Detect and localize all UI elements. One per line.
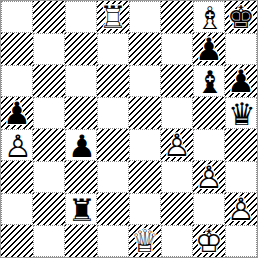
white-pawn-g3: ♟♙ bbox=[193, 161, 225, 193]
square-a3[interactable] bbox=[1, 161, 33, 193]
square-e5[interactable] bbox=[129, 97, 161, 129]
white-queen-e1: ♛♕ bbox=[129, 225, 161, 257]
piece-fill: ♛ bbox=[129, 225, 161, 257]
square-b6[interactable] bbox=[33, 65, 65, 97]
square-d5[interactable] bbox=[97, 97, 129, 129]
white-bishop-g8: ♝♗ bbox=[194, 2, 225, 33]
square-c6[interactable] bbox=[65, 65, 97, 97]
square-a5[interactable]: ♟ bbox=[1, 97, 33, 129]
white-pawn-h2: ♟♙ bbox=[225, 193, 257, 225]
square-a2[interactable] bbox=[1, 193, 33, 225]
square-f5[interactable] bbox=[161, 97, 193, 129]
square-g2[interactable] bbox=[193, 193, 225, 225]
square-f2[interactable] bbox=[161, 193, 193, 225]
square-d6[interactable] bbox=[97, 65, 129, 97]
piece-fill: ♟ bbox=[161, 129, 193, 161]
piece-glyph: ♟ bbox=[225, 65, 257, 97]
square-f3[interactable] bbox=[161, 161, 193, 193]
square-c7[interactable] bbox=[65, 33, 97, 65]
square-a1[interactable] bbox=[1, 225, 33, 257]
square-g4[interactable] bbox=[193, 129, 225, 161]
square-b5[interactable] bbox=[33, 97, 65, 129]
square-h6[interactable]: ♟ bbox=[225, 65, 257, 97]
square-b1[interactable] bbox=[33, 225, 65, 257]
square-d2[interactable] bbox=[97, 193, 129, 225]
square-a4[interactable]: ♟♙ bbox=[1, 129, 33, 161]
square-h1[interactable] bbox=[225, 225, 257, 257]
piece-fill: ♝ bbox=[194, 2, 225, 33]
black-queen-h5: ♛ bbox=[226, 98, 257, 129]
piece-glyph: ♜ bbox=[66, 194, 97, 225]
square-h3[interactable] bbox=[225, 161, 257, 193]
square-f7[interactable] bbox=[161, 33, 193, 65]
black-king-h8: ♚ bbox=[225, 1, 257, 33]
square-b3[interactable] bbox=[33, 161, 65, 193]
square-c1[interactable] bbox=[65, 225, 97, 257]
white-rook-d8: ♜♖ bbox=[97, 1, 129, 33]
black-pawn-c4: ♟ bbox=[66, 130, 97, 161]
square-e2[interactable] bbox=[129, 193, 161, 225]
white-pawn-a4: ♟♙ bbox=[2, 130, 33, 161]
square-e7[interactable] bbox=[129, 33, 161, 65]
square-g7[interactable]: ♟ bbox=[193, 33, 225, 65]
square-e6[interactable] bbox=[129, 65, 161, 97]
square-b8[interactable] bbox=[33, 1, 65, 33]
piece-glyph: ♚ bbox=[225, 1, 257, 33]
piece-fill: ♟ bbox=[193, 161, 225, 193]
piece-fill: ♜ bbox=[97, 1, 129, 33]
piece-glyph: ♝ bbox=[194, 66, 225, 97]
square-h2[interactable]: ♟♙ bbox=[225, 193, 257, 225]
square-a8[interactable] bbox=[1, 1, 33, 33]
square-c4[interactable]: ♟ bbox=[65, 129, 97, 161]
square-d1[interactable] bbox=[97, 225, 129, 257]
square-c5[interactable] bbox=[65, 97, 97, 129]
chess-board: ♜♖♝♗♚♟♝♟♟♛♟♙♟♟♙♟♙♜♟♙♛♕♚♔ bbox=[0, 0, 258, 258]
square-f6[interactable] bbox=[161, 65, 193, 97]
piece-fill: ♟ bbox=[2, 130, 33, 161]
piece-outline: ♙ bbox=[2, 130, 33, 161]
square-d7[interactable] bbox=[97, 33, 129, 65]
square-f1[interactable] bbox=[161, 225, 193, 257]
square-c8[interactable] bbox=[65, 1, 97, 33]
black-pawn-g7: ♟ bbox=[193, 33, 225, 65]
square-g3[interactable]: ♟♙ bbox=[193, 161, 225, 193]
square-a7[interactable] bbox=[1, 33, 33, 65]
piece-outline: ♙ bbox=[193, 161, 225, 193]
piece-glyph: ♛ bbox=[226, 98, 257, 129]
piece-outline: ♔ bbox=[193, 225, 225, 257]
piece-outline: ♖ bbox=[97, 1, 129, 33]
square-g1[interactable]: ♚♔ bbox=[193, 225, 225, 257]
square-h8[interactable]: ♚ bbox=[225, 1, 257, 33]
square-g8[interactable]: ♝♗ bbox=[193, 1, 225, 33]
white-pawn-f4: ♟♙ bbox=[161, 129, 193, 161]
piece-outline: ♗ bbox=[194, 2, 225, 33]
black-pawn-h6: ♟ bbox=[225, 65, 257, 97]
square-e4[interactable] bbox=[129, 129, 161, 161]
chess-diagram: ♜♖♝♗♚♟♝♟♟♛♟♙♟♟♙♟♙♜♟♙♛♕♚♔ bbox=[0, 0, 258, 258]
piece-fill: ♟ bbox=[225, 193, 257, 225]
square-c2[interactable]: ♜ bbox=[65, 193, 97, 225]
piece-outline: ♙ bbox=[225, 193, 257, 225]
square-d4[interactable] bbox=[97, 129, 129, 161]
square-g6[interactable]: ♝ bbox=[193, 65, 225, 97]
white-king-g1: ♚♔ bbox=[193, 225, 225, 257]
piece-glyph: ♟ bbox=[1, 97, 33, 129]
piece-outline: ♕ bbox=[129, 225, 161, 257]
square-c3[interactable] bbox=[65, 161, 97, 193]
square-b2[interactable] bbox=[33, 193, 65, 225]
square-b7[interactable] bbox=[33, 33, 65, 65]
piece-glyph: ♟ bbox=[66, 130, 97, 161]
piece-glyph: ♟ bbox=[193, 33, 225, 65]
piece-fill: ♚ bbox=[193, 225, 225, 257]
square-e3[interactable] bbox=[129, 161, 161, 193]
black-pawn-a5: ♟ bbox=[1, 97, 33, 129]
square-f8[interactable] bbox=[161, 1, 193, 33]
square-e8[interactable] bbox=[129, 1, 161, 33]
square-e1[interactable]: ♛♕ bbox=[129, 225, 161, 257]
square-h4[interactable] bbox=[225, 129, 257, 161]
square-d8[interactable]: ♜♖ bbox=[97, 1, 129, 33]
square-b4[interactable] bbox=[33, 129, 65, 161]
square-a6[interactable] bbox=[1, 65, 33, 97]
square-d3[interactable] bbox=[97, 161, 129, 193]
square-g5[interactable] bbox=[193, 97, 225, 129]
black-rook-c2: ♜ bbox=[66, 194, 97, 225]
black-bishop-g6: ♝ bbox=[194, 66, 225, 97]
square-f4[interactable]: ♟♙ bbox=[161, 129, 193, 161]
piece-outline: ♙ bbox=[161, 129, 193, 161]
square-h7[interactable] bbox=[225, 33, 257, 65]
square-h5[interactable]: ♛ bbox=[225, 97, 257, 129]
